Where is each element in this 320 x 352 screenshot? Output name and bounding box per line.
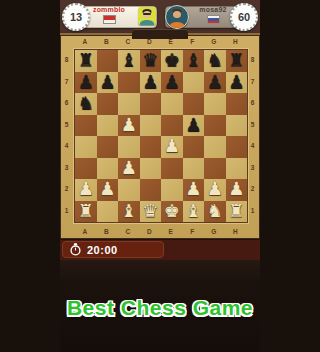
black-knight: ♞ xyxy=(207,49,223,70)
square-c1[interactable]: ♝ xyxy=(118,201,140,223)
avatar-glasses xyxy=(143,13,151,15)
square-a3[interactable] xyxy=(75,158,97,180)
square-f8[interactable]: ♝ xyxy=(183,50,205,72)
square-b6[interactable] xyxy=(97,93,119,115)
square-d3[interactable] xyxy=(140,158,162,180)
black-pawn: ♟ xyxy=(207,71,223,92)
square-c5[interactable]: ♟ xyxy=(118,115,140,137)
rank-label-2: 2 xyxy=(61,178,72,200)
flag-stripe xyxy=(208,21,219,23)
black-queen: ♛ xyxy=(142,49,158,70)
player-left-name: zommblo xyxy=(93,6,125,14)
rank-labels-right: 87654321 xyxy=(247,49,258,221)
square-b8[interactable] xyxy=(97,50,119,72)
black-pawn: ♟ xyxy=(185,114,201,135)
player-right-info: mosa92 xyxy=(193,6,233,24)
chess-board: ABCDEFGH 87654321 87654321 ♜♝♛♚♝♞♜♟♟♟♟♟♟… xyxy=(60,33,260,239)
square-b3[interactable] xyxy=(97,158,119,180)
square-b1[interactable] xyxy=(97,201,119,223)
file-label-h: H xyxy=(225,226,247,237)
square-c4[interactable] xyxy=(118,136,140,158)
square-d8[interactable]: ♛ xyxy=(140,50,162,72)
square-e6[interactable] xyxy=(161,93,183,115)
square-g8[interactable]: ♞ xyxy=(204,50,226,72)
player-left-score-badge: 13 xyxy=(62,3,90,31)
square-a1[interactable]: ♜ xyxy=(75,201,97,223)
black-bishop: ♝ xyxy=(185,49,201,70)
file-label-g: G xyxy=(203,226,225,237)
square-g2[interactable]: ♟ xyxy=(204,179,226,201)
rank-label-2: 2 xyxy=(247,178,258,200)
file-label-c: C xyxy=(117,36,139,47)
square-a4[interactable] xyxy=(75,136,97,158)
player-left-avatar[interactable] xyxy=(138,7,156,25)
player-left-info: zommblo xyxy=(88,6,130,24)
square-a5[interactable] xyxy=(75,115,97,137)
file-label-e: E xyxy=(160,226,182,237)
timer-bar: 20:00 xyxy=(60,240,260,260)
rank-label-1: 1 xyxy=(61,200,72,222)
square-f2[interactable]: ♟ xyxy=(183,179,205,201)
black-bishop: ♝ xyxy=(121,49,137,70)
white-pawn: ♟ xyxy=(121,157,137,178)
player-right-avatar[interactable] xyxy=(165,5,189,29)
square-g3[interactable] xyxy=(204,158,226,180)
flag-stripe xyxy=(104,20,115,24)
square-h2[interactable]: ♟ xyxy=(226,179,248,201)
player-right-name: mosa92 xyxy=(199,6,226,14)
square-f5[interactable]: ♟ xyxy=(183,115,205,137)
square-h6[interactable] xyxy=(226,93,248,115)
square-a6[interactable]: ♞ xyxy=(75,93,97,115)
white-rook: ♜ xyxy=(228,200,244,221)
square-g5[interactable] xyxy=(204,115,226,137)
stopwatch-icon xyxy=(70,243,81,256)
file-label-c: C xyxy=(117,226,139,237)
black-rook: ♜ xyxy=(78,49,94,70)
white-bishop: ♝ xyxy=(121,200,137,221)
black-pawn: ♟ xyxy=(99,71,115,92)
black-pawn: ♟ xyxy=(78,71,94,92)
square-e2[interactable] xyxy=(161,179,183,201)
file-label-a: A xyxy=(74,226,96,237)
timer-value: 20:00 xyxy=(87,244,118,256)
square-h5[interactable] xyxy=(226,115,248,137)
square-e8[interactable]: ♚ xyxy=(161,50,183,72)
player-right-score: 60 xyxy=(238,11,250,23)
file-label-f: F xyxy=(182,36,204,47)
russia-flag xyxy=(207,15,220,24)
app-screen: 13 zommblo mosa92 xyxy=(60,0,260,352)
player-right-badge[interactable]: mosa92 60 xyxy=(163,3,258,29)
black-knight: ♞ xyxy=(78,92,94,113)
rank-label-4: 4 xyxy=(61,135,72,157)
rank-label-8: 8 xyxy=(61,49,72,71)
square-d6[interactable] xyxy=(140,93,162,115)
file-labels-top: ABCDEFGH xyxy=(74,36,246,47)
square-c6[interactable] xyxy=(118,93,140,115)
black-pawn: ♟ xyxy=(164,71,180,92)
black-king: ♚ xyxy=(164,49,180,70)
rank-label-1: 1 xyxy=(247,200,258,222)
square-g7[interactable]: ♟ xyxy=(204,72,226,94)
rank-label-7: 7 xyxy=(247,71,258,93)
rank-labels-left: 87654321 xyxy=(61,49,72,221)
file-label-g: G xyxy=(203,36,225,47)
file-label-a: A xyxy=(74,36,96,47)
file-label-b: B xyxy=(96,36,118,47)
file-label-h: H xyxy=(225,36,247,47)
square-b2[interactable]: ♟ xyxy=(97,179,119,201)
square-c8[interactable]: ♝ xyxy=(118,50,140,72)
file-label-f: F xyxy=(182,226,204,237)
file-label-d: D xyxy=(139,226,161,237)
square-h1[interactable]: ♜ xyxy=(226,201,248,223)
rank-label-8: 8 xyxy=(247,49,258,71)
rank-label-5: 5 xyxy=(61,114,72,136)
white-pawn: ♟ xyxy=(185,178,201,199)
banner-title: Best Chess Game xyxy=(60,296,260,320)
white-king: ♚ xyxy=(164,200,180,221)
rank-label-4: 4 xyxy=(247,135,258,157)
square-c7[interactable] xyxy=(118,72,140,94)
square-c3[interactable]: ♟ xyxy=(118,158,140,180)
white-pawn: ♟ xyxy=(99,178,115,199)
rank-label-6: 6 xyxy=(247,92,258,114)
white-knight: ♞ xyxy=(207,200,223,221)
square-e7[interactable]: ♟ xyxy=(161,72,183,94)
white-rook: ♜ xyxy=(78,200,94,221)
rank-label-3: 3 xyxy=(247,157,258,179)
square-e4[interactable]: ♟ xyxy=(161,136,183,158)
square-h8[interactable]: ♜ xyxy=(226,50,248,72)
square-f6[interactable] xyxy=(183,93,205,115)
avatar-shirt xyxy=(140,20,154,25)
square-d1[interactable]: ♛ xyxy=(140,201,162,223)
avatar-face xyxy=(173,11,181,18)
square-g6[interactable] xyxy=(204,93,226,115)
square-c2[interactable] xyxy=(118,179,140,201)
square-b7[interactable]: ♟ xyxy=(97,72,119,94)
file-labels-bottom: ABCDEFGH xyxy=(74,226,246,237)
square-b5[interactable] xyxy=(97,115,119,137)
chess-board-grid: ♜♝♛♚♝♞♜♟♟♟♟♟♟♞♟♟♟♟♟♟♟♟♟♜♝♛♚♝♞♜ xyxy=(74,49,248,223)
square-g4[interactable] xyxy=(204,136,226,158)
square-d5[interactable] xyxy=(140,115,162,137)
square-h4[interactable] xyxy=(226,136,248,158)
square-h7[interactable]: ♟ xyxy=(226,72,248,94)
rank-label-6: 6 xyxy=(61,92,72,114)
square-f4[interactable] xyxy=(183,136,205,158)
white-queen: ♛ xyxy=(142,200,158,221)
square-a2[interactable]: ♟ xyxy=(75,179,97,201)
rank-label-5: 5 xyxy=(247,114,258,136)
black-pawn: ♟ xyxy=(142,71,158,92)
square-d4[interactable] xyxy=(140,136,162,158)
square-f3[interactable] xyxy=(183,158,205,180)
indonesia-flag xyxy=(103,15,116,24)
square-b4[interactable] xyxy=(97,136,119,158)
square-f7[interactable] xyxy=(183,72,205,94)
white-pawn: ♟ xyxy=(121,114,137,135)
square-h3[interactable] xyxy=(226,158,248,180)
square-e1[interactable]: ♚ xyxy=(161,201,183,223)
white-pawn: ♟ xyxy=(207,178,223,199)
player-left-badge[interactable]: 13 zommblo xyxy=(62,3,158,29)
player-bar: 13 zommblo mosa92 xyxy=(60,0,260,32)
player-right-score-badge: 60 xyxy=(230,3,258,31)
square-g1[interactable]: ♞ xyxy=(204,201,226,223)
white-pawn: ♟ xyxy=(164,135,180,156)
square-e5[interactable] xyxy=(161,115,183,137)
timer-pill: 20:00 xyxy=(62,241,164,258)
square-d7[interactable]: ♟ xyxy=(140,72,162,94)
file-label-e: E xyxy=(160,36,182,47)
black-pawn: ♟ xyxy=(228,71,244,92)
player-left-score: 13 xyxy=(70,11,82,23)
file-label-d: D xyxy=(139,36,161,47)
rank-label-7: 7 xyxy=(61,71,72,93)
white-bishop: ♝ xyxy=(185,200,201,221)
square-a7[interactable]: ♟ xyxy=(75,72,97,94)
white-pawn: ♟ xyxy=(228,178,244,199)
white-pawn: ♟ xyxy=(78,178,94,199)
square-d2[interactable] xyxy=(140,179,162,201)
square-f1[interactable]: ♝ xyxy=(183,201,205,223)
square-e3[interactable] xyxy=(161,158,183,180)
black-rook: ♜ xyxy=(228,49,244,70)
rank-label-3: 3 xyxy=(61,157,72,179)
square-a8[interactable]: ♜ xyxy=(75,50,97,72)
file-label-b: B xyxy=(96,226,118,237)
